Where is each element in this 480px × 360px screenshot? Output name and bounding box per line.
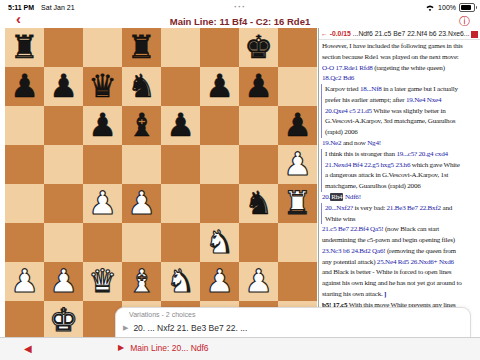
analysis-line[interactable]: a dangerous attack in G.Vescovi-A.Karpov… bbox=[321, 170, 480, 181]
square-e3[interactable] bbox=[161, 223, 200, 262]
square-b2[interactable]: ♟ bbox=[44, 262, 83, 301]
white-knight: ♞ bbox=[205, 223, 234, 262]
square-d4[interactable]: ♟ bbox=[122, 184, 161, 223]
engine-eval-line[interactable]: ← -0.0/15 ...Ndf6 21.c5 Be7 22.Nf4 b6 23… bbox=[319, 28, 480, 40]
variations-header: Variations - 2 choices bbox=[129, 311, 195, 318]
white-pawn: ♟ bbox=[88, 184, 117, 223]
wifi-icon bbox=[425, 4, 435, 12]
square-d5[interactable] bbox=[122, 145, 161, 184]
square-g5[interactable] bbox=[239, 145, 278, 184]
square-b6[interactable] bbox=[44, 106, 83, 145]
square-h8[interactable] bbox=[278, 28, 317, 67]
white-queen: ♛ bbox=[88, 262, 117, 301]
square-c2[interactable]: ♛ bbox=[83, 262, 122, 301]
white-bishop: ♝ bbox=[127, 262, 156, 301]
square-a3[interactable] bbox=[5, 223, 44, 262]
black-king: ♚ bbox=[244, 28, 273, 67]
prose-text: (rapid) 2006 bbox=[325, 128, 358, 136]
prose-text: matchgame, Guarulhos (rapid) 2006 bbox=[325, 182, 421, 190]
square-b4[interactable] bbox=[44, 184, 83, 223]
square-a5[interactable] bbox=[5, 145, 44, 184]
square-c6[interactable]: ♟ bbox=[83, 106, 122, 145]
analysis-line[interactable]: any potential attack) 25.Ne4 Rd5 26.Nxd6… bbox=[319, 257, 480, 268]
square-a2[interactable]: ♟ bbox=[5, 262, 44, 301]
status-right: 100% bbox=[425, 3, 475, 12]
square-g2[interactable]: ♟ bbox=[239, 262, 278, 301]
white-king: ♚ bbox=[49, 301, 78, 340]
move-text: 18.Qc2 Bd6 bbox=[322, 74, 354, 82]
square-a1[interactable] bbox=[5, 301, 44, 340]
prose-text: Karpov tried bbox=[325, 85, 360, 93]
black-pawn: ♟ bbox=[205, 67, 234, 106]
white-pawn: ♟ bbox=[127, 184, 156, 223]
engine-pv-moves: ...Ndf6 21.c5 Be7 22.Nf4 b6 23.Nxe6... bbox=[351, 30, 470, 37]
analysis-line[interactable]: I think this is stronger than 19...c5? 2… bbox=[321, 149, 480, 160]
play-triangle-icon: ▶ bbox=[123, 323, 128, 333]
square-f5[interactable] bbox=[200, 145, 239, 184]
move-text: 19.Ne2 bbox=[322, 139, 343, 147]
prose-text: is very bad: bbox=[353, 204, 387, 212]
square-d7[interactable]: ♞ bbox=[122, 67, 161, 106]
chess-board[interactable]: ♜♜♚♟♟♛♞♟♟♟♝♟♟♟♟♟♞♜♞♟♟♛♝♞♟♟♚♜ bbox=[5, 28, 317, 340]
square-g7[interactable]: ♟ bbox=[239, 67, 278, 106]
black-bishop: ♝ bbox=[127, 106, 156, 145]
analysis-line[interactable]: 23.Nc3 b6 24.Bd2 Qa6! (removing the quee… bbox=[319, 246, 480, 257]
square-e4[interactable] bbox=[161, 184, 200, 223]
prose-text: in a later game but I actually bbox=[382, 85, 458, 93]
move-text: O-O 17.Rde1 Rfd8 bbox=[322, 64, 374, 72]
analysis-line[interactable]: 18.Qc2 Bd6 bbox=[319, 73, 480, 84]
black-queen: ♛ bbox=[88, 67, 117, 106]
square-c7[interactable]: ♛ bbox=[83, 67, 122, 106]
black-pawn: ♟ bbox=[244, 67, 273, 106]
square-e6[interactable]: ♟ bbox=[161, 106, 200, 145]
square-h5[interactable]: ♟ bbox=[278, 145, 317, 184]
square-d2[interactable]: ♝ bbox=[122, 262, 161, 301]
prose-text: a dangerous attack in G.Vescovi-A.Karpov… bbox=[325, 171, 448, 179]
move-text: Ndf6! bbox=[343, 193, 360, 201]
square-g4[interactable]: ♞ bbox=[239, 184, 278, 223]
info-icon[interactable]: ⓘ bbox=[459, 15, 470, 27]
analysis-line[interactable]: starting his own attack. ] bbox=[319, 289, 480, 300]
white-pawn: ♟ bbox=[205, 262, 234, 301]
bottom-bar: ◀ ▶ Main Line: 20... Ndf6 bbox=[0, 337, 480, 360]
prose-text: section because Rde1 was played on the n… bbox=[322, 53, 459, 61]
move-text: 25.Ne4 Rd5 26.Nxd6+ Nxd6 bbox=[377, 258, 454, 266]
annotation-text: However, I have included the following g… bbox=[319, 41, 480, 311]
square-f7[interactable]: ♟ bbox=[200, 67, 239, 106]
analysis-line[interactable]: matchgame, Guarulhos (rapid) 2006 bbox=[321, 181, 480, 192]
square-f4[interactable] bbox=[200, 184, 239, 223]
analysis-line[interactable]: 20.Rh4 Ndf6! bbox=[319, 192, 480, 203]
square-b8[interactable] bbox=[44, 28, 83, 67]
analysis-line[interactable]: against his own king and he has not yet … bbox=[319, 278, 480, 289]
prose-text: White wins bbox=[325, 215, 355, 223]
variations-card: Variations - 2 choices ▶ 20. ... Nxf2 21… bbox=[115, 307, 471, 337]
square-c8[interactable] bbox=[83, 28, 122, 67]
square-c5[interactable] bbox=[83, 145, 122, 184]
prose-text: G.Vescovi-A.Karpov, 3rd matchgame, Guaru… bbox=[325, 117, 455, 125]
square-e8[interactable] bbox=[161, 28, 200, 67]
current-move-highlight: Rh4 bbox=[330, 193, 343, 201]
white-pawn: ♟ bbox=[283, 145, 312, 184]
prose-text: White was slightly better in bbox=[373, 107, 445, 115]
prose-text: ] bbox=[384, 290, 386, 298]
move-text: 21.Nexd4 Bf4 22.g5 hxg5 23.h6 bbox=[325, 161, 412, 169]
variation-choice-1[interactable]: ▶ 20. ... Nxf2 21. Be3 Be7 22. ... bbox=[123, 323, 247, 333]
square-d3[interactable] bbox=[122, 223, 161, 262]
prose-text: which gave White bbox=[412, 161, 460, 169]
white-knight: ♞ bbox=[166, 262, 195, 301]
engine-stop-button[interactable] bbox=[471, 31, 478, 38]
analysis-line[interactable]: G.Vescovi-A.Karpov, 3rd matchgame, Guaru… bbox=[321, 116, 480, 127]
square-f2[interactable]: ♟ bbox=[200, 262, 239, 301]
prose-text: (targeting the white queen) bbox=[374, 64, 445, 72]
square-h2[interactable] bbox=[278, 262, 317, 301]
square-h4[interactable]: ♜ bbox=[278, 184, 317, 223]
analysis-line[interactable]: and Black is better - White is forced to… bbox=[319, 267, 480, 278]
square-a8[interactable]: ♜ bbox=[5, 28, 44, 67]
square-f6[interactable] bbox=[200, 106, 239, 145]
analysis-line[interactable]: 20.Qxe4 c5 21.d5 White was slightly bett… bbox=[321, 106, 480, 117]
square-b5[interactable] bbox=[44, 145, 83, 184]
move-text: 19.Ne4 Nxe4 bbox=[406, 96, 441, 104]
black-knight: ♞ bbox=[127, 67, 156, 106]
move-text: Ng4! bbox=[367, 139, 381, 147]
analysis-line[interactable]: (rapid) 2006 bbox=[321, 127, 480, 138]
prose-text: prefer his earlier attempt; after bbox=[325, 96, 406, 104]
square-g6[interactable] bbox=[239, 106, 278, 145]
square-f3[interactable]: ♞ bbox=[200, 223, 239, 262]
white-rook: ♜ bbox=[283, 184, 312, 223]
analysis-line[interactable]: 21.c5 Be7 22.Bf4 Qa5! (now Black can sta… bbox=[319, 224, 480, 235]
analysis-line[interactable]: undermining the c5-pawn and begin openin… bbox=[319, 235, 480, 246]
move-text: 21.Be3 Be7 22.Bxf2 bbox=[387, 204, 441, 212]
square-a4[interactable] bbox=[5, 184, 44, 223]
previous-move-button[interactable]: ◀ bbox=[24, 343, 32, 355]
square-a6[interactable] bbox=[5, 106, 44, 145]
play-triangle-icon: ▶ bbox=[118, 342, 124, 354]
analysis-line[interactable]: White wins bbox=[321, 214, 480, 225]
variation-choice-main-line[interactable]: ▶ Main Line: 20... Ndf6 bbox=[118, 342, 209, 354]
square-e7[interactable] bbox=[161, 67, 200, 106]
square-e2[interactable]: ♞ bbox=[161, 262, 200, 301]
prose-text: and now bbox=[343, 139, 367, 147]
black-rook: ♜ bbox=[127, 28, 156, 67]
move-text: 20.Qxe4 c5 21.d5 bbox=[325, 107, 373, 115]
move-text: 20. bbox=[322, 193, 330, 201]
analysis-line[interactable]: 21.Nexd4 Bf4 22.g5 hxg5 23.h6 which gave… bbox=[321, 160, 480, 171]
main-line-label: Main Line: 20... Ndf6 bbox=[130, 343, 208, 353]
square-e5[interactable] bbox=[161, 145, 200, 184]
black-pawn: ♟ bbox=[49, 67, 78, 106]
battery-icon bbox=[459, 3, 475, 12]
analysis-line[interactable]: section because Rde1 was played on the n… bbox=[319, 52, 480, 63]
square-h6[interactable]: ♟ bbox=[278, 106, 317, 145]
black-pawn: ♟ bbox=[166, 106, 195, 145]
page-title: Main Line: 11 Bf4 - C2: 16 Rde1 bbox=[0, 16, 480, 27]
prose-text: (now Black can start bbox=[385, 225, 439, 233]
move-text: 21.c5 Be7 22.Bf4 Qa5! bbox=[322, 225, 385, 233]
black-rook: ♜ bbox=[10, 28, 39, 67]
white-pawn: ♟ bbox=[10, 262, 39, 301]
black-pawn: ♟ bbox=[88, 106, 117, 145]
prose-text: and bbox=[441, 204, 452, 212]
analysis-line[interactable]: 19.Ne2 and now Ng4! bbox=[319, 138, 480, 149]
prose-text: and Black is better - White is forced to… bbox=[322, 268, 451, 276]
square-g3[interactable] bbox=[239, 223, 278, 262]
square-g8[interactable]: ♚ bbox=[239, 28, 278, 67]
square-c3[interactable] bbox=[83, 223, 122, 262]
move-text: 19...c5? 20.g4 cxd4 bbox=[396, 150, 447, 158]
white-pawn: ♟ bbox=[244, 262, 273, 301]
square-f8[interactable] bbox=[200, 28, 239, 67]
black-pawn: ♟ bbox=[283, 106, 312, 145]
square-b1[interactable]: ♚ bbox=[44, 301, 83, 340]
engine-eval-score: ← -0.0/15 bbox=[321, 30, 351, 37]
square-d8[interactable]: ♜ bbox=[122, 28, 161, 67]
square-d6[interactable]: ♝ bbox=[122, 106, 161, 145]
white-pawn: ♟ bbox=[49, 262, 78, 301]
square-a7[interactable]: ♟ bbox=[5, 67, 44, 106]
move-text: 20...Nxf2? bbox=[325, 204, 353, 212]
square-h3[interactable] bbox=[278, 223, 317, 262]
prose-text: undermining the c5-pawn and begin openin… bbox=[322, 236, 455, 244]
prose-text: I think this is stronger than bbox=[325, 150, 396, 158]
analysis-panel: ← -0.0/15 ...Ndf6 21.c5 Be7 22.Nf4 b6 23… bbox=[318, 28, 480, 337]
analysis-line[interactable]: Karpov tried 18...Nf8 in a later game bu… bbox=[321, 84, 480, 95]
square-b7[interactable]: ♟ bbox=[44, 67, 83, 106]
analysis-line[interactable]: prefer his earlier attempt; after 19.Ne4… bbox=[321, 95, 480, 106]
prose-text: against his own king and he has not yet … bbox=[322, 279, 461, 287]
nav-bar: ‹ Main Line: 11 Bf4 - C2: 16 Rde1 ⓘ bbox=[0, 14, 480, 28]
prose-text: any potential attack) bbox=[322, 258, 377, 266]
battery-percent: 100% bbox=[438, 4, 456, 11]
black-knight: ♞ bbox=[244, 184, 273, 223]
app-screen: 5:11 PMSat Jan 21 ··· 100% ‹ Main Line: … bbox=[0, 0, 480, 360]
prose-text: (removing the queen from bbox=[387, 247, 456, 255]
move-text: 18...Nf8 bbox=[360, 85, 382, 93]
square-h7[interactable] bbox=[278, 67, 317, 106]
multitask-dots-icon: ··· bbox=[0, 2, 480, 12]
square-c4[interactable]: ♟ bbox=[83, 184, 122, 223]
analysis-line[interactable]: O-O 17.Rde1 Rfd8 (targeting the white qu… bbox=[319, 63, 480, 74]
prose-text: However, I have included the following g… bbox=[322, 42, 463, 50]
move-text: 23.Nc3 b6 24.Bd2 Qa6! bbox=[322, 247, 387, 255]
black-pawn: ♟ bbox=[10, 67, 39, 106]
square-b3[interactable] bbox=[44, 223, 83, 262]
prose-text: starting his own attack. bbox=[322, 290, 384, 298]
analysis-line[interactable]: 20...Nxf2? is very bad: 21.Be3 Be7 22.Bx… bbox=[321, 203, 480, 214]
variation-choice-label: 20. ... Nxf2 21. Be3 Be7 22. ... bbox=[133, 323, 247, 333]
analysis-line[interactable]: However, I have included the following g… bbox=[319, 41, 480, 52]
